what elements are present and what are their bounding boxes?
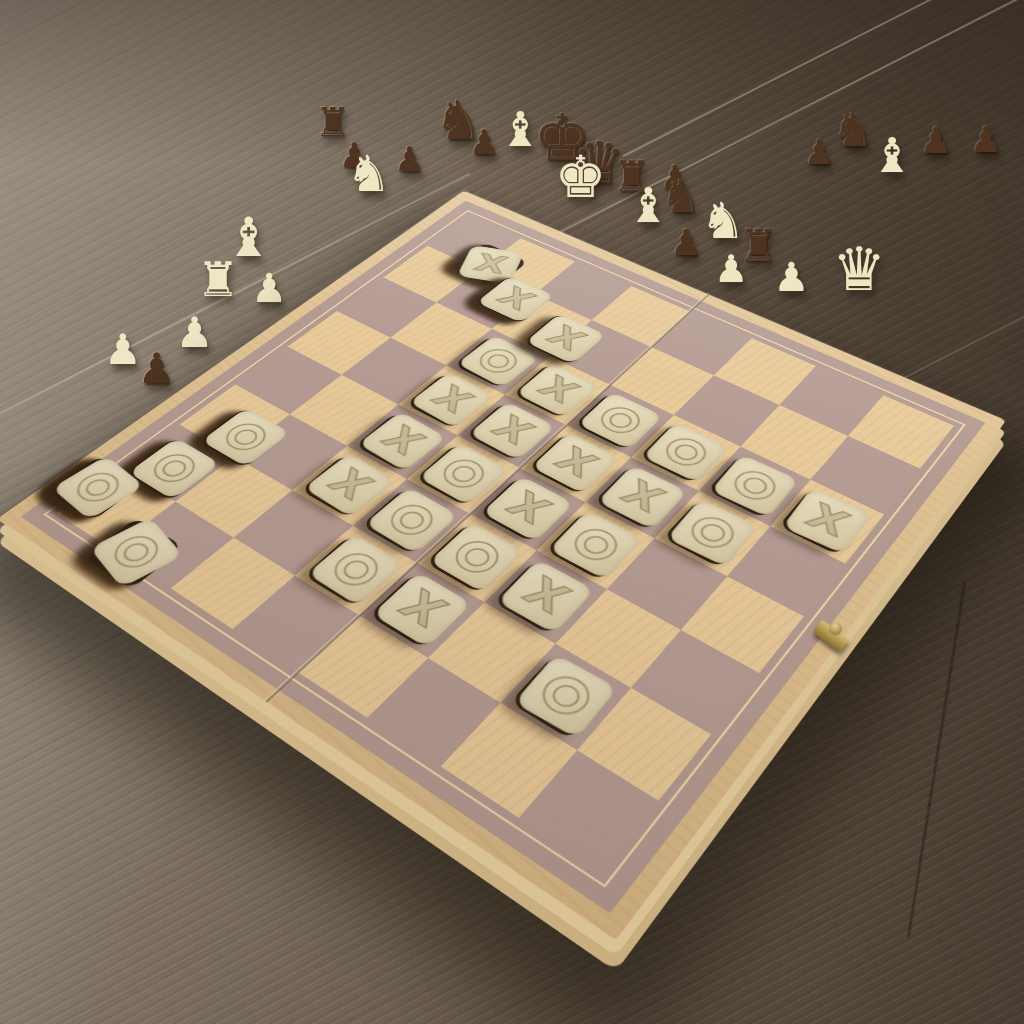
x-engraving-icon: X [492, 283, 541, 314]
chess-piece-dark-pawn[interactable]: ♟ [920, 123, 952, 159]
o-engraving-icon [659, 433, 713, 471]
x-engraving-icon: X [532, 372, 585, 408]
x-engraving-icon: X [541, 322, 591, 355]
board-scene: XXXXXXXXXXX XXX [160, 108, 880, 828]
x-engraving-icon: X [375, 421, 431, 460]
x-engraving-icon: X [425, 381, 479, 417]
o-engraving-icon [69, 467, 127, 507]
o-engraving-icon [594, 402, 648, 438]
x-engraving-icon: X [485, 411, 540, 449]
x-engraving-icon: X [471, 251, 511, 278]
o-engraving-icon [472, 345, 524, 378]
o-engraving-icon [218, 418, 274, 455]
chess-piece-white-pawn[interactable]: ♟ [104, 329, 142, 371]
o-engraving-icon [146, 449, 203, 488]
chess-piece-dark-pawn[interactable]: ♟ [970, 122, 1002, 158]
